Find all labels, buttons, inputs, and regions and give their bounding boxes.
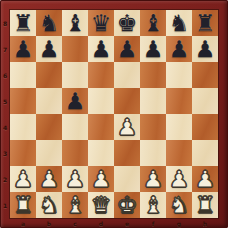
square-a5[interactable]	[10, 88, 36, 114]
square-g7[interactable]: ♟	[166, 36, 192, 62]
square-f1[interactable]: ♝	[140, 192, 166, 218]
square-a2[interactable]: ♟	[10, 166, 36, 192]
rank-label-3: 3	[0, 140, 10, 166]
piece-black-pawn-c5[interactable]: ♟	[62, 88, 88, 114]
square-f6[interactable]	[140, 62, 166, 88]
square-e2[interactable]	[114, 166, 140, 192]
square-d2[interactable]: ♟	[88, 166, 114, 192]
file-labels: abcdefgh	[10, 218, 218, 228]
square-h3[interactable]	[192, 140, 218, 166]
square-a6[interactable]	[10, 62, 36, 88]
piece-white-rook-h1[interactable]: ♜	[192, 192, 218, 218]
square-e7[interactable]: ♟	[114, 36, 140, 62]
square-c3[interactable]	[62, 140, 88, 166]
piece-white-bishop-c1[interactable]: ♝	[62, 192, 88, 218]
square-h8[interactable]: ♜	[192, 10, 218, 36]
chess-board: ♜♞♝♛♚♝♞♜♟♟♟♟♟♟♟♟♟♟♟♟♟♟♟♟♜♞♝♛♚♝♞♜	[10, 10, 218, 218]
square-b4[interactable]	[36, 114, 62, 140]
square-e8[interactable]: ♚	[114, 10, 140, 36]
piece-black-pawn-b7[interactable]: ♟	[36, 36, 62, 62]
piece-black-rook-h8[interactable]: ♜	[192, 10, 218, 36]
piece-white-pawn-d2[interactable]: ♟	[88, 166, 114, 192]
square-b2[interactable]: ♟	[36, 166, 62, 192]
square-c2[interactable]: ♟	[62, 166, 88, 192]
file-label-b: b	[36, 218, 62, 228]
square-f8[interactable]: ♝	[140, 10, 166, 36]
piece-white-pawn-e4[interactable]: ♟	[114, 114, 140, 140]
square-f3[interactable]	[140, 140, 166, 166]
file-label-c: c	[62, 218, 88, 228]
piece-white-pawn-g2[interactable]: ♟	[166, 166, 192, 192]
square-f4[interactable]	[140, 114, 166, 140]
piece-black-queen-d8[interactable]: ♛	[88, 10, 114, 36]
square-g5[interactable]	[166, 88, 192, 114]
square-c8[interactable]: ♝	[62, 10, 88, 36]
square-a3[interactable]	[10, 140, 36, 166]
piece-black-pawn-h7[interactable]: ♟	[192, 36, 218, 62]
square-h6[interactable]	[192, 62, 218, 88]
square-c7[interactable]	[62, 36, 88, 62]
piece-white-queen-d1[interactable]: ♛	[88, 192, 114, 218]
square-h1[interactable]: ♜	[192, 192, 218, 218]
file-label-e: e	[114, 218, 140, 228]
piece-black-pawn-d7[interactable]: ♟	[88, 36, 114, 62]
rank-label-4: 4	[0, 114, 10, 140]
piece-white-knight-g1[interactable]: ♞	[166, 192, 192, 218]
piece-white-pawn-h2[interactable]: ♟	[192, 166, 218, 192]
rank-label-7: 7	[0, 36, 10, 62]
square-d3[interactable]	[88, 140, 114, 166]
square-d8[interactable]: ♛	[88, 10, 114, 36]
square-c1[interactable]: ♝	[62, 192, 88, 218]
square-g4[interactable]	[166, 114, 192, 140]
square-h7[interactable]: ♟	[192, 36, 218, 62]
rank-label-8: 8	[0, 10, 10, 36]
piece-white-knight-b1[interactable]: ♞	[36, 192, 62, 218]
piece-black-pawn-f7[interactable]: ♟	[140, 36, 166, 62]
rank-label-6: 6	[0, 62, 10, 88]
piece-white-pawn-a2[interactable]: ♟	[10, 166, 36, 192]
square-b5[interactable]	[36, 88, 62, 114]
file-label-h: h	[192, 218, 218, 228]
square-g1[interactable]: ♞	[166, 192, 192, 218]
rank-label-1: 1	[0, 192, 10, 218]
piece-black-pawn-a7[interactable]: ♟	[10, 36, 36, 62]
square-d5[interactable]	[88, 88, 114, 114]
square-a8[interactable]: ♜	[10, 10, 36, 36]
piece-black-king-e8[interactable]: ♚	[114, 10, 140, 36]
square-b8[interactable]: ♞	[36, 10, 62, 36]
square-d1[interactable]: ♛	[88, 192, 114, 218]
square-g6[interactable]	[166, 62, 192, 88]
file-label-d: d	[88, 218, 114, 228]
piece-black-bishop-f8[interactable]: ♝	[140, 10, 166, 36]
square-a1[interactable]: ♜	[10, 192, 36, 218]
rank-labels: 87654321	[0, 10, 10, 218]
square-e3[interactable]	[114, 140, 140, 166]
rank-label-2: 2	[0, 166, 10, 192]
piece-black-pawn-g7[interactable]: ♟	[166, 36, 192, 62]
square-g2[interactable]: ♟	[166, 166, 192, 192]
file-label-g: g	[166, 218, 192, 228]
square-f7[interactable]: ♟	[140, 36, 166, 62]
piece-white-rook-a1[interactable]: ♜	[10, 192, 36, 218]
square-e1[interactable]: ♚	[114, 192, 140, 218]
square-h4[interactable]	[192, 114, 218, 140]
piece-black-knight-g8[interactable]: ♞	[166, 10, 192, 36]
square-h2[interactable]: ♟	[192, 166, 218, 192]
square-e5[interactable]	[114, 88, 140, 114]
square-g3[interactable]	[166, 140, 192, 166]
square-b1[interactable]: ♞	[36, 192, 62, 218]
square-e6[interactable]	[114, 62, 140, 88]
piece-black-knight-b8[interactable]: ♞	[36, 10, 62, 36]
piece-black-pawn-e7[interactable]: ♟	[114, 36, 140, 62]
square-c6[interactable]	[62, 62, 88, 88]
square-f2[interactable]: ♟	[140, 166, 166, 192]
square-g8[interactable]: ♞	[166, 10, 192, 36]
rank-label-5: 5	[0, 88, 10, 114]
square-c5[interactable]: ♟	[62, 88, 88, 114]
board-frame: 87654321 abcdefgh ♜♞♝♛♚♝♞♜♟♟♟♟♟♟♟♟♟♟♟♟♟♟…	[0, 0, 228, 228]
square-c4[interactable]	[62, 114, 88, 140]
piece-black-rook-a8[interactable]: ♜	[10, 10, 36, 36]
file-label-f: f	[140, 218, 166, 228]
square-d4[interactable]	[88, 114, 114, 140]
piece-white-pawn-c2[interactable]: ♟	[62, 166, 88, 192]
square-a7[interactable]: ♟	[10, 36, 36, 62]
square-b6[interactable]	[36, 62, 62, 88]
square-b3[interactable]	[36, 140, 62, 166]
piece-white-pawn-f2[interactable]: ♟	[140, 166, 166, 192]
file-label-a: a	[10, 218, 36, 228]
square-a4[interactable]	[10, 114, 36, 140]
square-d6[interactable]	[88, 62, 114, 88]
piece-black-bishop-c8[interactable]: ♝	[62, 10, 88, 36]
square-h5[interactable]	[192, 88, 218, 114]
piece-white-king-e1[interactable]: ♚	[114, 192, 140, 218]
square-b7[interactable]: ♟	[36, 36, 62, 62]
square-f5[interactable]	[140, 88, 166, 114]
square-e4[interactable]: ♟	[114, 114, 140, 140]
square-d7[interactable]: ♟	[88, 36, 114, 62]
piece-white-bishop-f1[interactable]: ♝	[140, 192, 166, 218]
piece-white-pawn-b2[interactable]: ♟	[36, 166, 62, 192]
